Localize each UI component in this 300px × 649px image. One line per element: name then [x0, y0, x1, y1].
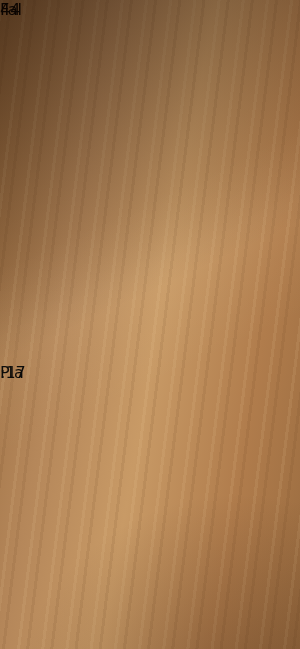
- bg-player-timer-fragment: :17: [0, 363, 26, 382]
- wood-table-background: [0, 0, 300, 649]
- bg-timer-text-fragment: :17: [0, 363, 26, 382]
- bg-timer-text-fragment: 44: [0, 0, 20, 19]
- bg-opponent-timer-fragment: 44: [0, 0, 20, 19]
